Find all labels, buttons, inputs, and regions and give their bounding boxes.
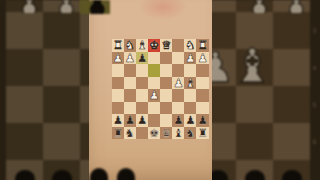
bg-square — [6, 123, 43, 160]
bg-black-pawn-top-icon — [52, 170, 72, 180]
black-pawn[interactable]: ♟ — [197, 114, 207, 127]
square-b3[interactable] — [184, 64, 196, 77]
square-a7[interactable]: ♟ — [196, 114, 208, 127]
white-knight[interactable]: ♞ — [125, 39, 135, 52]
bg-square — [6, 49, 43, 86]
chess-board[interactable]: ♜♞♝♚♛♞♜♟♟♟♟♟♟♝♟♟♟♟♟♟♟♜♞♚♛♝♞♜ — [112, 39, 209, 139]
bg-rank-label: 6 — [313, 138, 317, 145]
square-h2[interactable]: ♟ — [112, 52, 124, 65]
square-b2[interactable]: ♟ — [184, 52, 196, 65]
white-pawn[interactable]: ♟ — [185, 52, 195, 65]
white-king[interactable]: ♚ — [149, 39, 159, 52]
blurred-face-blob — [139, 0, 187, 20]
square-g1[interactable]: ♞ — [124, 39, 136, 52]
white-pawn[interactable]: ♟ — [113, 52, 123, 65]
bg-square — [43, 49, 80, 86]
square-e2[interactable] — [148, 52, 160, 65]
black-knight[interactable]: ♞ — [185, 127, 195, 140]
bg-square — [6, 86, 43, 123]
square-d5[interactable] — [160, 89, 172, 102]
bg-white-bishop-icon: ♝ — [231, 42, 273, 89]
square-g4[interactable] — [124, 77, 136, 90]
square-c1[interactable] — [172, 39, 184, 52]
white-pawn[interactable]: ♟ — [125, 52, 135, 65]
square-e7[interactable] — [148, 114, 160, 127]
square-a2[interactable]: ♟ — [196, 52, 208, 65]
square-e5[interactable]: ♟ — [148, 89, 160, 102]
black-pawn[interactable]: ♟ — [137, 114, 147, 127]
black-pawn[interactable]: ♟ — [185, 114, 195, 127]
bg-square — [273, 123, 310, 160]
square-a5[interactable] — [196, 89, 208, 102]
square-f4[interactable] — [136, 77, 148, 90]
square-d7[interactable] — [160, 114, 172, 127]
bg-rank-label: 3 — [313, 27, 317, 34]
square-b7[interactable]: ♟ — [184, 114, 196, 127]
bg-square — [6, 12, 43, 49]
square-g5[interactable] — [124, 89, 136, 102]
square-a3[interactable] — [196, 64, 208, 77]
square-g3[interactable] — [124, 64, 136, 77]
black-queen[interactable]: ♛ — [161, 127, 171, 140]
white-rook[interactable]: ♜ — [197, 39, 207, 52]
square-d1[interactable]: ♛ — [160, 39, 172, 52]
bg-white-pawn-head-icon: ♟ — [270, 0, 314, 13]
square-h7[interactable]: ♟ — [112, 114, 124, 127]
square-f8[interactable] — [136, 127, 148, 140]
bg-square — [273, 12, 310, 49]
bg-rank-label: 5 — [313, 101, 317, 108]
video-frame: ♟♝♟♟♟♟3456 ♟ ♜♞♝♚♛♞♜♟♟♟♟♟♟♝♟♟♟♟♟♟♟♜♞♚♛♝♞… — [0, 0, 320, 180]
square-a8[interactable]: ♜ — [196, 127, 208, 140]
bg-square — [43, 12, 80, 49]
black-pawn[interactable]: ♟ — [113, 114, 123, 127]
square-f3[interactable] — [136, 64, 148, 77]
white-bishop[interactable]: ♝ — [137, 39, 147, 52]
white-pawn[interactable]: ♟ — [173, 77, 183, 90]
bg-white-pawn-head-icon: ♟ — [40, 0, 84, 13]
black-pawn[interactable]: ♟ — [137, 52, 147, 65]
square-a4[interactable] — [196, 77, 208, 90]
black-rook[interactable]: ♜ — [113, 127, 123, 140]
square-c7[interactable]: ♟ — [172, 114, 184, 127]
square-c4[interactable]: ♟ — [172, 77, 184, 90]
black-rook[interactable]: ♜ — [197, 127, 207, 140]
square-d3[interactable] — [160, 64, 172, 77]
square-b4[interactable]: ♝ — [184, 77, 196, 90]
square-g8[interactable]: ♞ — [124, 127, 136, 140]
bg-black-pawn-top-icon — [245, 170, 265, 180]
square-h8[interactable]: ♜ — [112, 127, 124, 140]
square-f5[interactable] — [136, 89, 148, 102]
square-f7[interactable]: ♟ — [136, 114, 148, 127]
bg-square — [43, 123, 80, 160]
bg-square — [273, 86, 310, 123]
black-king[interactable]: ♚ — [149, 127, 159, 140]
square-c5[interactable] — [172, 89, 184, 102]
black-knight[interactable]: ♞ — [125, 127, 135, 140]
square-e8[interactable]: ♚ — [148, 127, 160, 140]
square-f2[interactable]: ♟ — [136, 52, 148, 65]
square-h4[interactable] — [112, 77, 124, 90]
square-b5[interactable] — [184, 89, 196, 102]
square-b8[interactable]: ♞ — [184, 127, 196, 140]
square-h3[interactable] — [112, 64, 124, 77]
square-e3[interactable] — [148, 64, 160, 77]
square-c2[interactable] — [172, 52, 184, 65]
white-rook[interactable]: ♜ — [113, 39, 123, 52]
bg-rank-label: 4 — [313, 64, 317, 71]
square-f1[interactable]: ♝ — [136, 39, 148, 52]
white-bishop[interactable]: ♝ — [185, 77, 195, 90]
bg-black-pawn-top-icon — [15, 170, 35, 180]
square-g2[interactable]: ♟ — [124, 52, 136, 65]
bg-square — [43, 86, 80, 123]
white-pawn[interactable]: ♟ — [197, 52, 207, 65]
square-c8[interactable]: ♝ — [172, 127, 184, 140]
square-h5[interactable] — [112, 89, 124, 102]
square-a1[interactable]: ♜ — [196, 39, 208, 52]
square-e1[interactable]: ♚ — [148, 39, 160, 52]
bg-black-pawn-top-icon — [282, 170, 302, 180]
square-d2[interactable] — [160, 52, 172, 65]
white-knight[interactable]: ♞ — [185, 39, 195, 52]
square-d8[interactable]: ♛ — [160, 127, 172, 140]
black-pawn[interactable]: ♟ — [125, 114, 135, 127]
bg-square — [236, 123, 273, 160]
square-b1[interactable]: ♞ — [184, 39, 196, 52]
white-queen[interactable]: ♛ — [161, 39, 171, 52]
square-h1[interactable]: ♜ — [112, 39, 124, 52]
black-pawn[interactable]: ♟ — [173, 114, 183, 127]
square-d4[interactable] — [160, 77, 172, 90]
square-d6[interactable] — [160, 102, 172, 115]
square-e6[interactable] — [148, 102, 160, 115]
black-bishop[interactable]: ♝ — [173, 127, 183, 140]
white-pawn[interactable]: ♟ — [149, 89, 159, 102]
square-g7[interactable]: ♟ — [124, 114, 136, 127]
bg-square — [273, 49, 310, 86]
square-c3[interactable] — [172, 64, 184, 77]
